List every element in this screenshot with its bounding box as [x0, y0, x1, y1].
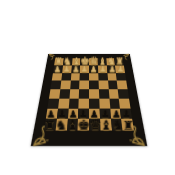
square [80, 73, 89, 81]
square: ♟ [71, 65, 80, 72]
square [117, 81, 128, 90]
square: ♝ [72, 58, 81, 65]
square [89, 81, 99, 90]
square [79, 81, 89, 90]
square: ♟ [120, 108, 132, 119]
square [79, 98, 89, 108]
chess-piece-bR: ♜ [44, 119, 55, 132]
square [119, 98, 131, 108]
chess-piece-bP: ♟ [67, 110, 78, 120]
chess-piece-bP: ♟ [78, 110, 89, 120]
chess-piece-bP: ♟ [46, 110, 57, 120]
board-grid: ♜♞♝♚♛♝♞♜♟♟♟♟♟♟♟♟♟♟♟♟♟♟♟♟♜♞♝♚♛♝♞♜ [44, 58, 134, 130]
square [70, 81, 80, 90]
square: ♟ [115, 65, 125, 72]
square: ♜ [121, 119, 134, 131]
square: ♟ [67, 108, 78, 119]
square [61, 73, 71, 81]
chess-board: ♜♞♝♚♛♝♞♜♟♟♟♟♟♟♟♟♟♟♟♟♟♟♟♟♜♞♝♚♛♝♞♜ [31, 54, 148, 146]
square [68, 98, 79, 108]
square [79, 89, 89, 98]
square [118, 89, 129, 98]
square [69, 89, 79, 98]
chess-piece-bP: ♟ [122, 110, 133, 120]
square: ♟ [78, 108, 89, 119]
chess-piece-bB: ♝ [100, 119, 111, 132]
square [50, 81, 61, 90]
chess-piece-bP: ♟ [89, 110, 100, 120]
chess-piece-bB: ♝ [66, 119, 77, 132]
square [108, 89, 119, 98]
square: ♟ [80, 65, 89, 72]
square: ♝ [67, 119, 79, 131]
square [60, 81, 70, 90]
square: ♚ [78, 119, 89, 131]
square: ♚ [80, 58, 89, 65]
square [99, 89, 109, 98]
square [89, 73, 98, 81]
square [116, 73, 126, 81]
square [59, 89, 70, 98]
product-photo: ♜♞♝♚♛♝♞♜♟♟♟♟♟♟♟♟♟♟♟♟♟♟♟♟♜♞♝♚♛♝♞♜ [0, 0, 175, 175]
square: ♛ [89, 119, 100, 131]
chess-piece-bP: ♟ [56, 110, 67, 120]
chess-piece-bN: ♞ [55, 119, 66, 132]
square [70, 73, 80, 81]
chess-piece-bQ: ♛ [89, 118, 100, 132]
square [49, 89, 60, 98]
chess-piece-bK: ♚ [78, 118, 89, 132]
square [89, 98, 99, 108]
square: ♜ [114, 58, 124, 65]
chess-piece-bR: ♜ [123, 119, 134, 132]
square: ♟ [89, 108, 100, 119]
square [89, 89, 99, 98]
square: ♛ [89, 58, 98, 65]
square: ♟ [89, 65, 98, 72]
